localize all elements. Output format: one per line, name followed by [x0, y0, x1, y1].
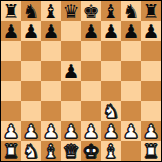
piece-black-pawn: ♟ [42, 21, 59, 41]
square-a1[interactable]: ♜ [1, 141, 21, 161]
square-c1[interactable]: ♝ [41, 141, 61, 161]
square-h6[interactable] [141, 41, 161, 61]
square-d8[interactable]: ♛ [61, 1, 81, 21]
piece-black-pawn: ♟ [2, 21, 19, 41]
square-c3[interactable] [41, 101, 61, 121]
square-h3[interactable] [141, 101, 161, 121]
square-h8[interactable]: ♜ [141, 1, 161, 21]
square-b5[interactable] [21, 61, 41, 81]
piece-white-pawn: ♟ [42, 121, 59, 141]
square-f3[interactable]: ♞ [101, 101, 121, 121]
square-a3[interactable] [1, 101, 21, 121]
piece-black-king: ♚ [82, 1, 99, 21]
square-e2[interactable]: ♟ [81, 121, 101, 141]
square-d6[interactable] [61, 41, 81, 61]
square-a6[interactable] [1, 41, 21, 61]
piece-black-bishop: ♝ [102, 1, 119, 21]
square-f2[interactable]: ♟ [101, 121, 121, 141]
piece-black-pawn: ♟ [102, 21, 119, 41]
square-h2[interactable]: ♟ [141, 121, 161, 141]
square-f7[interactable]: ♟ [101, 21, 121, 41]
piece-white-knight: ♞ [102, 101, 119, 121]
square-b7[interactable]: ♟ [21, 21, 41, 41]
square-c7[interactable]: ♟ [41, 21, 61, 41]
piece-white-pawn: ♟ [122, 121, 139, 141]
square-f8[interactable]: ♝ [101, 1, 121, 21]
square-e7[interactable]: ♟ [81, 21, 101, 41]
piece-black-pawn: ♟ [22, 21, 39, 41]
chess-board-frame: ♜♞♝♛♚♝♞♜♟♟♟♟♟♟♟♟♞♟♟♟♟♟♟♟♟♜♞♝♛♚♝♜ [0, 0, 162, 162]
piece-black-pawn: ♟ [142, 21, 159, 41]
square-d4[interactable] [61, 81, 81, 101]
piece-white-pawn: ♟ [142, 121, 159, 141]
square-c4[interactable] [41, 81, 61, 101]
square-d5[interactable]: ♟ [61, 61, 81, 81]
square-a7[interactable]: ♟ [1, 21, 21, 41]
square-g8[interactable]: ♞ [121, 1, 141, 21]
square-f4[interactable] [101, 81, 121, 101]
square-g7[interactable]: ♟ [121, 21, 141, 41]
square-c6[interactable] [41, 41, 61, 61]
square-g3[interactable] [121, 101, 141, 121]
square-f6[interactable] [101, 41, 121, 61]
square-d3[interactable] [61, 101, 81, 121]
piece-white-pawn: ♟ [62, 121, 79, 141]
square-f5[interactable] [101, 61, 121, 81]
piece-black-pawn: ♟ [82, 21, 99, 41]
piece-black-knight: ♞ [22, 1, 39, 21]
square-h7[interactable]: ♟ [141, 21, 161, 41]
piece-white-pawn: ♟ [82, 121, 99, 141]
square-d7[interactable] [61, 21, 81, 41]
square-b6[interactable] [21, 41, 41, 61]
square-b1[interactable]: ♞ [21, 141, 41, 161]
square-e4[interactable] [81, 81, 101, 101]
square-c2[interactable]: ♟ [41, 121, 61, 141]
square-g1[interactable] [121, 141, 141, 161]
square-g5[interactable] [121, 61, 141, 81]
square-b2[interactable]: ♟ [21, 121, 41, 141]
piece-black-pawn: ♟ [62, 61, 79, 81]
square-e8[interactable]: ♚ [81, 1, 101, 21]
piece-black-bishop: ♝ [42, 1, 59, 21]
square-h1[interactable]: ♜ [141, 141, 161, 161]
square-e6[interactable] [81, 41, 101, 61]
square-b4[interactable] [21, 81, 41, 101]
square-a2[interactable]: ♟ [1, 121, 21, 141]
square-d1[interactable]: ♛ [61, 141, 81, 161]
piece-white-knight: ♞ [22, 141, 39, 161]
piece-white-king: ♚ [82, 141, 99, 161]
piece-black-rook: ♜ [142, 1, 159, 21]
square-e1[interactable]: ♚ [81, 141, 101, 161]
piece-white-bishop: ♝ [42, 141, 59, 161]
square-h5[interactable] [141, 61, 161, 81]
square-b3[interactable] [21, 101, 41, 121]
piece-white-queen: ♛ [62, 141, 79, 161]
piece-black-pawn: ♟ [122, 21, 139, 41]
square-f1[interactable]: ♝ [101, 141, 121, 161]
square-e5[interactable] [81, 61, 101, 81]
piece-white-pawn: ♟ [102, 121, 119, 141]
piece-black-queen: ♛ [62, 1, 79, 21]
square-e3[interactable] [81, 101, 101, 121]
square-g6[interactable] [121, 41, 141, 61]
square-d2[interactable]: ♟ [61, 121, 81, 141]
piece-white-rook: ♜ [142, 141, 159, 161]
square-a5[interactable] [1, 61, 21, 81]
square-g2[interactable]: ♟ [121, 121, 141, 141]
piece-white-pawn: ♟ [22, 121, 39, 141]
piece-white-rook: ♜ [2, 141, 19, 161]
square-a4[interactable] [1, 81, 21, 101]
piece-black-knight: ♞ [122, 1, 139, 21]
square-h4[interactable] [141, 81, 161, 101]
square-c8[interactable]: ♝ [41, 1, 61, 21]
square-b8[interactable]: ♞ [21, 1, 41, 21]
square-g4[interactable] [121, 81, 141, 101]
piece-white-bishop: ♝ [102, 141, 119, 161]
square-a8[interactable]: ♜ [1, 1, 21, 21]
chess-board: ♜♞♝♛♚♝♞♜♟♟♟♟♟♟♟♟♞♟♟♟♟♟♟♟♟♜♞♝♛♚♝♜ [1, 1, 161, 161]
piece-white-pawn: ♟ [2, 121, 19, 141]
square-c5[interactable] [41, 61, 61, 81]
piece-black-rook: ♜ [2, 1, 19, 21]
